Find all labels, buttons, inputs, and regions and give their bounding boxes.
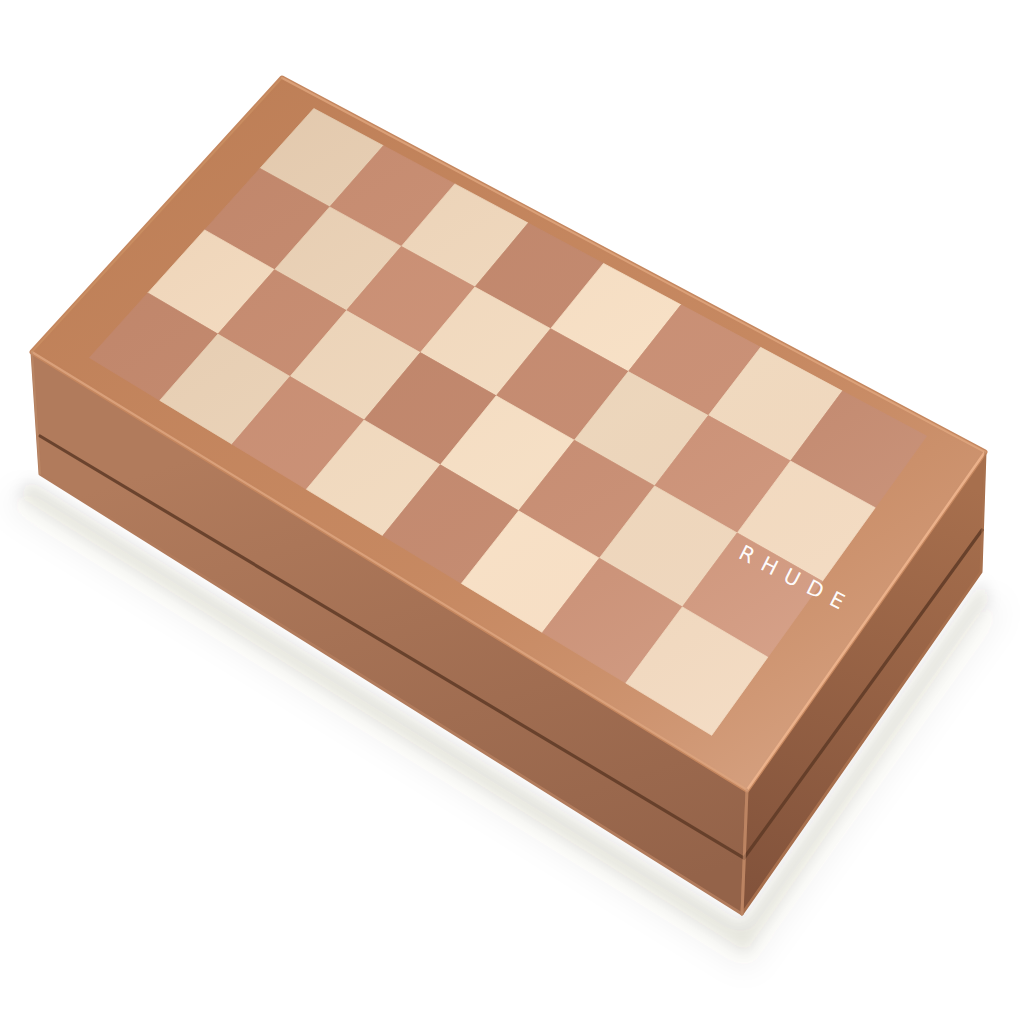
chess-box: RHUDE (0, 0, 1024, 1024)
product-photo: RHUDE (0, 0, 1024, 1024)
